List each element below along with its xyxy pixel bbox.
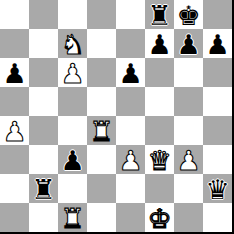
square-e4[interactable] [116,116,145,145]
square-b3[interactable] [29,145,58,174]
square-b6[interactable] [29,58,58,87]
square-e1[interactable] [116,203,145,232]
square-e3[interactable]: ♟ [116,145,145,174]
black-pawn: ♟ [205,30,229,59]
white-pawn: ♟ [60,59,84,88]
square-a5[interactable] [0,87,29,116]
square-e7[interactable] [116,29,145,58]
square-b7[interactable] [29,29,58,58]
black-rook: ♜ [147,1,171,30]
square-e8[interactable] [116,0,145,29]
square-h2[interactable]: ♛ [203,174,232,203]
square-h1[interactable] [203,203,232,232]
square-b4[interactable] [29,116,58,145]
black-pawn: ♟ [176,30,200,59]
square-h4[interactable] [203,116,232,145]
square-d8[interactable] [87,0,116,29]
black-pawn: ♟ [2,59,26,88]
square-a6[interactable]: ♟ [0,58,29,87]
square-d4[interactable]: ♜ [87,116,116,145]
square-g2[interactable] [174,174,203,203]
chess-board-frame: ♜♚♞♟♟♟♟♟♟♟♜♟♟♛♟♜♛♜♚ [0,0,234,234]
white-pawn: ♟ [2,117,26,146]
square-a7[interactable] [0,29,29,58]
square-f2[interactable] [145,174,174,203]
square-c6[interactable]: ♟ [58,58,87,87]
square-f6[interactable] [145,58,174,87]
square-g3[interactable]: ♟ [174,145,203,174]
white-rook: ♜ [60,204,84,233]
square-f4[interactable] [145,116,174,145]
square-a2[interactable] [0,174,29,203]
square-c5[interactable] [58,87,87,116]
square-d3[interactable] [87,145,116,174]
square-d2[interactable] [87,174,116,203]
black-pawn: ♟ [60,146,84,175]
square-b8[interactable] [29,0,58,29]
square-c8[interactable] [58,0,87,29]
chess-board: ♜♚♞♟♟♟♟♟♟♟♜♟♟♛♟♜♛♜♚ [0,0,232,232]
square-g5[interactable] [174,87,203,116]
square-b1[interactable] [29,203,58,232]
black-queen: ♛ [205,175,229,204]
square-d7[interactable] [87,29,116,58]
square-g6[interactable] [174,58,203,87]
square-e2[interactable] [116,174,145,203]
square-c2[interactable] [58,174,87,203]
square-g8[interactable]: ♚ [174,0,203,29]
white-king: ♚ [147,204,171,233]
black-pawn: ♟ [147,30,171,59]
square-h7[interactable]: ♟ [203,29,232,58]
square-f3[interactable]: ♛ [145,145,174,174]
square-c3[interactable]: ♟ [58,145,87,174]
square-g4[interactable] [174,116,203,145]
square-h5[interactable] [203,87,232,116]
square-b2[interactable]: ♜ [29,174,58,203]
white-queen: ♛ [147,146,171,175]
black-rook: ♜ [31,175,55,204]
square-a4[interactable]: ♟ [0,116,29,145]
white-pawn: ♟ [176,146,200,175]
white-knight: ♞ [60,30,84,59]
square-d5[interactable] [87,87,116,116]
square-c1[interactable]: ♜ [58,203,87,232]
white-rook: ♜ [89,117,113,146]
white-pawn: ♟ [118,146,142,175]
square-f1[interactable]: ♚ [145,203,174,232]
square-a1[interactable] [0,203,29,232]
square-h6[interactable] [203,58,232,87]
square-g7[interactable]: ♟ [174,29,203,58]
square-g1[interactable] [174,203,203,232]
square-f7[interactable]: ♟ [145,29,174,58]
square-h3[interactable] [203,145,232,174]
square-f8[interactable]: ♜ [145,0,174,29]
square-e5[interactable] [116,87,145,116]
square-a3[interactable] [0,145,29,174]
square-a8[interactable] [0,0,29,29]
black-pawn: ♟ [118,59,142,88]
square-b5[interactable] [29,87,58,116]
square-f5[interactable] [145,87,174,116]
square-d6[interactable] [87,58,116,87]
square-c7[interactable]: ♞ [58,29,87,58]
square-c4[interactable] [58,116,87,145]
black-king: ♚ [176,1,200,30]
square-d1[interactable] [87,203,116,232]
square-e6[interactable]: ♟ [116,58,145,87]
square-h8[interactable] [203,0,232,29]
